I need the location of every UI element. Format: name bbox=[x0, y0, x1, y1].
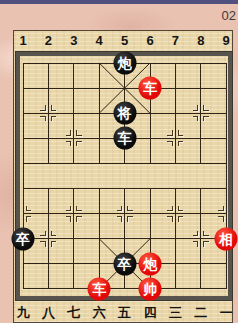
piece-black-general[interactable]: 将 bbox=[113, 102, 136, 125]
piece-black-soldier-2[interactable]: 卒 bbox=[113, 252, 136, 275]
piece-red-elephant[interactable]: 相 bbox=[215, 227, 238, 250]
piece-red-chariot[interactable]: 车 bbox=[139, 77, 162, 100]
piece-black-cannon[interactable]: 炮 bbox=[113, 52, 136, 75]
column-label-top-4: 4 bbox=[96, 33, 103, 48]
column-label-top-8: 8 bbox=[197, 33, 204, 48]
column-label-top-9: 9 bbox=[223, 33, 230, 48]
column-label-top-1: 1 bbox=[19, 33, 26, 48]
column-label-bottom-8: 二 bbox=[194, 304, 207, 322]
column-label-top-7: 7 bbox=[172, 33, 179, 48]
column-label-bottom-1: 九 bbox=[17, 304, 30, 322]
piece-red-general[interactable]: 帅 bbox=[139, 277, 162, 300]
column-label-top-5: 5 bbox=[121, 33, 128, 48]
piece-red-cannon[interactable]: 炮 bbox=[139, 252, 162, 275]
column-label-bottom-9: 一 bbox=[220, 304, 233, 322]
column-label-bottom-7: 三 bbox=[169, 304, 182, 322]
piece-red-chariot-2[interactable]: 车 bbox=[88, 277, 111, 300]
column-label-bottom-6: 四 bbox=[144, 304, 157, 322]
column-label-top-3: 3 bbox=[70, 33, 77, 48]
frame-number-label: 02 bbox=[222, 8, 236, 23]
app-window: 02 123456789 九八七六五四三二一 炮车将车卒相卒炮车帅 bbox=[0, 0, 238, 323]
column-label-bottom-3: 七 bbox=[67, 304, 80, 322]
column-label-bottom-5: 五 bbox=[118, 304, 131, 322]
column-label-top-6: 6 bbox=[146, 33, 153, 48]
column-label-bottom-2: 八 bbox=[42, 304, 55, 322]
title-bar bbox=[0, 0, 238, 4]
column-label-bottom-4: 六 bbox=[93, 304, 106, 322]
xiangqi-board[interactable]: 123456789 九八七六五四三二一 炮车将车卒相卒炮车帅 bbox=[13, 30, 233, 323]
piece-black-soldier[interactable]: 卒 bbox=[12, 227, 35, 250]
piece-black-chariot[interactable]: 车 bbox=[113, 127, 136, 150]
column-label-top-2: 2 bbox=[45, 33, 52, 48]
